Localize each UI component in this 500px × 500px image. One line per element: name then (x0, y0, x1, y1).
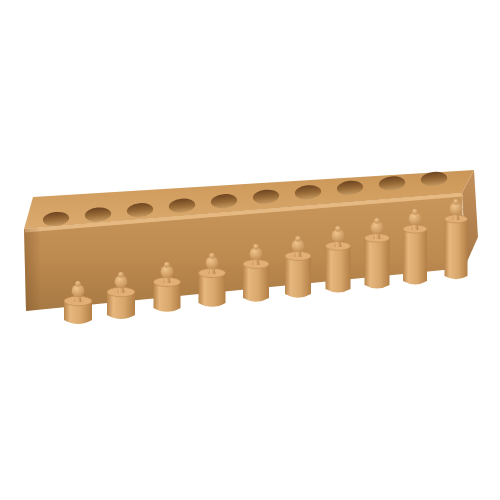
cylinder-body (445, 219, 468, 279)
block-left-edge-shading (24, 228, 41, 311)
knob-tip (335, 226, 341, 232)
cylinder-block-illustration (0, 0, 500, 500)
knob-tip (209, 253, 215, 259)
knob-tip (453, 199, 459, 205)
product-photo-stage (0, 0, 500, 500)
cylinder-body (243, 264, 269, 302)
cylinder-body (326, 246, 351, 293)
knob-tip (253, 244, 259, 250)
knob-tip (118, 272, 124, 278)
knob-tip (295, 236, 301, 242)
cylinder-body (365, 238, 390, 289)
cylinder-body (199, 273, 226, 307)
cylinder-body (285, 256, 311, 298)
knob-tip (75, 281, 81, 287)
knob-tip (374, 218, 380, 224)
cylinder-body (403, 229, 427, 284)
knob-tip (164, 262, 170, 268)
knob-tip (412, 209, 418, 215)
